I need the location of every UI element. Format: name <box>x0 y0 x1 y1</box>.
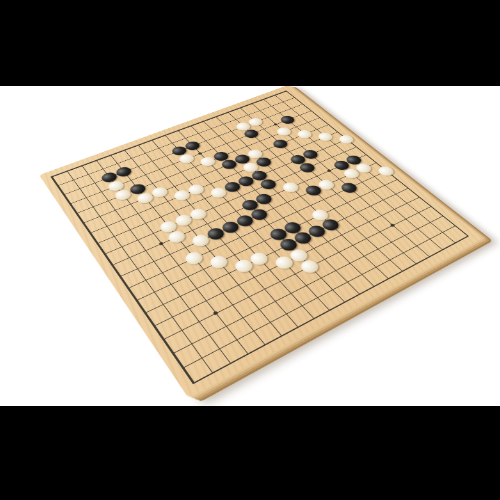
letterbox-bottom-bar <box>0 406 500 500</box>
go-board <box>39 86 483 398</box>
board-grid <box>50 90 469 384</box>
letterbox-top-bar <box>0 0 500 86</box>
screenshot-frame <box>0 0 500 500</box>
photo-background <box>0 86 500 406</box>
